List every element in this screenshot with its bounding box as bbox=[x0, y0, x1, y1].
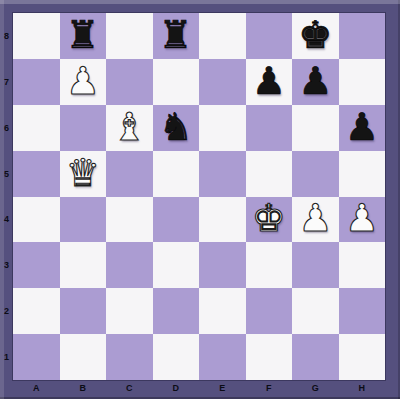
square-g6[interactable] bbox=[292, 105, 339, 151]
piece-white-pawn-h4[interactable]: ♟ bbox=[345, 199, 379, 237]
file-label-f: F bbox=[246, 380, 293, 399]
piece-white-pawn-g4[interactable]: ♟ bbox=[298, 199, 332, 237]
square-h6[interactable]: ♟ bbox=[339, 105, 386, 151]
file-label-h: H bbox=[339, 380, 386, 399]
piece-black-knight-d6[interactable]: ♞ bbox=[159, 108, 193, 146]
piece-white-pawn-b7[interactable]: ♟ bbox=[66, 62, 100, 100]
square-c7[interactable] bbox=[106, 59, 153, 105]
square-b8[interactable]: ♜ bbox=[60, 13, 107, 59]
square-e5[interactable] bbox=[199, 151, 246, 197]
file-label-g: G bbox=[292, 380, 339, 399]
square-h4[interactable]: ♟ bbox=[339, 197, 386, 243]
square-d7[interactable] bbox=[153, 59, 200, 105]
piece-black-rook-b8[interactable]: ♜ bbox=[66, 16, 100, 54]
rank-label-7: 7 bbox=[0, 59, 13, 105]
rank-label-3: 3 bbox=[0, 242, 13, 288]
piece-black-pawn-f7[interactable]: ♟ bbox=[252, 62, 286, 100]
square-a5[interactable] bbox=[13, 151, 60, 197]
rank-label-1: 1 bbox=[0, 334, 13, 380]
square-g7[interactable]: ♟ bbox=[292, 59, 339, 105]
square-g4[interactable]: ♟ bbox=[292, 197, 339, 243]
square-h5[interactable] bbox=[339, 151, 386, 197]
square-f2[interactable] bbox=[246, 288, 293, 334]
file-label-e: E bbox=[199, 380, 246, 399]
rank-label-5: 5 bbox=[0, 151, 13, 197]
square-b3[interactable] bbox=[60, 242, 107, 288]
square-f7[interactable]: ♟ bbox=[246, 59, 293, 105]
square-h1[interactable] bbox=[339, 334, 386, 380]
rank-labels: 87654321 bbox=[0, 13, 13, 380]
square-f1[interactable] bbox=[246, 334, 293, 380]
square-b2[interactable] bbox=[60, 288, 107, 334]
square-a7[interactable] bbox=[13, 59, 60, 105]
square-g2[interactable] bbox=[292, 288, 339, 334]
square-d4[interactable] bbox=[153, 197, 200, 243]
square-d1[interactable] bbox=[153, 334, 200, 380]
rank-label-4: 4 bbox=[0, 197, 13, 243]
piece-white-queen-b5[interactable]: ♛ bbox=[66, 154, 100, 192]
piece-black-king-g8[interactable]: ♚ bbox=[298, 16, 332, 54]
square-h2[interactable] bbox=[339, 288, 386, 334]
file-label-a: A bbox=[13, 380, 60, 399]
square-c8[interactable] bbox=[106, 13, 153, 59]
square-h8[interactable] bbox=[339, 13, 386, 59]
square-e4[interactable] bbox=[199, 197, 246, 243]
square-d8[interactable]: ♜ bbox=[153, 13, 200, 59]
square-a8[interactable] bbox=[13, 13, 60, 59]
square-b7[interactable]: ♟ bbox=[60, 59, 107, 105]
square-c2[interactable] bbox=[106, 288, 153, 334]
rank-label-6: 6 bbox=[0, 105, 13, 151]
square-f6[interactable] bbox=[246, 105, 293, 151]
square-f4[interactable]: ♚ bbox=[246, 197, 293, 243]
square-d2[interactable] bbox=[153, 288, 200, 334]
square-e8[interactable] bbox=[199, 13, 246, 59]
square-a1[interactable] bbox=[13, 334, 60, 380]
square-e2[interactable] bbox=[199, 288, 246, 334]
square-d3[interactable] bbox=[153, 242, 200, 288]
square-c3[interactable] bbox=[106, 242, 153, 288]
rank-label-2: 2 bbox=[0, 288, 13, 334]
chess-app: 87654321 ♜♜♚♟♟♟♝♞♟♛♚♟♟ ABCDEFGH bbox=[0, 0, 400, 399]
file-label-d: D bbox=[153, 380, 200, 399]
square-b5[interactable]: ♛ bbox=[60, 151, 107, 197]
square-e1[interactable] bbox=[199, 334, 246, 380]
square-g8[interactable]: ♚ bbox=[292, 13, 339, 59]
square-c4[interactable] bbox=[106, 197, 153, 243]
piece-white-bishop-c6[interactable]: ♝ bbox=[112, 108, 146, 146]
piece-white-king-f4[interactable]: ♚ bbox=[252, 199, 286, 237]
square-b4[interactable] bbox=[60, 197, 107, 243]
file-labels: ABCDEFGH bbox=[13, 380, 385, 399]
square-c1[interactable] bbox=[106, 334, 153, 380]
square-c6[interactable]: ♝ bbox=[106, 105, 153, 151]
file-label-b: B bbox=[60, 380, 107, 399]
square-g1[interactable] bbox=[292, 334, 339, 380]
square-f3[interactable] bbox=[246, 242, 293, 288]
square-b1[interactable] bbox=[60, 334, 107, 380]
square-g5[interactable] bbox=[292, 151, 339, 197]
square-c5[interactable] bbox=[106, 151, 153, 197]
board-frame: 87654321 ♜♜♚♟♟♟♝♞♟♛♚♟♟ ABCDEFGH bbox=[0, 0, 400, 399]
square-d6[interactable]: ♞ bbox=[153, 105, 200, 151]
square-h7[interactable] bbox=[339, 59, 386, 105]
square-e7[interactable] bbox=[199, 59, 246, 105]
file-label-c: C bbox=[106, 380, 153, 399]
square-g3[interactable] bbox=[292, 242, 339, 288]
square-e3[interactable] bbox=[199, 242, 246, 288]
square-b6[interactable] bbox=[60, 105, 107, 151]
chess-board: ♜♜♚♟♟♟♝♞♟♛♚♟♟ bbox=[13, 13, 385, 380]
square-a4[interactable] bbox=[13, 197, 60, 243]
square-a3[interactable] bbox=[13, 242, 60, 288]
square-h3[interactable] bbox=[339, 242, 386, 288]
piece-black-pawn-g7[interactable]: ♟ bbox=[298, 62, 332, 100]
rank-label-8: 8 bbox=[0, 13, 13, 59]
square-a2[interactable] bbox=[13, 288, 60, 334]
piece-black-rook-d8[interactable]: ♜ bbox=[159, 16, 193, 54]
square-f8[interactable] bbox=[246, 13, 293, 59]
square-e6[interactable] bbox=[199, 105, 246, 151]
square-f5[interactable] bbox=[246, 151, 293, 197]
square-a6[interactable] bbox=[13, 105, 60, 151]
piece-black-pawn-h6[interactable]: ♟ bbox=[345, 108, 379, 146]
square-d5[interactable] bbox=[153, 151, 200, 197]
